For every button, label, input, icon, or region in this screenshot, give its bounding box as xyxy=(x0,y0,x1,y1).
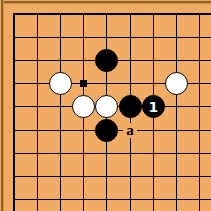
go-board-grid: a1 xyxy=(2,2,211,211)
board-frame-top xyxy=(0,0,211,4)
white-stone-c16 xyxy=(49,72,72,95)
black-stone-e17 xyxy=(95,49,118,72)
white-stone-e15 xyxy=(95,95,118,118)
go-diagram: a1 xyxy=(0,0,211,211)
black-stone-e14 xyxy=(95,119,118,142)
black-stone-f15 xyxy=(119,95,142,118)
white-stone-d15 xyxy=(72,95,95,118)
white-stone-h16 xyxy=(165,72,188,95)
board-frame-left xyxy=(0,0,4,211)
move-1-stone-g15: 1 xyxy=(142,95,165,118)
hoshi-marker xyxy=(80,80,87,87)
point-label-a: a xyxy=(123,123,137,138)
